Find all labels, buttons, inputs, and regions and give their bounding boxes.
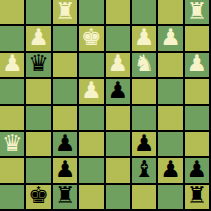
black-king-piece[interactable]: ♚	[28, 185, 49, 208]
square-d4[interactable]	[79, 106, 103, 130]
square-h4[interactable]	[185, 106, 209, 130]
white-pawn-piece[interactable]: ♟	[160, 26, 181, 49]
square-b7[interactable]: ♟	[26, 26, 50, 50]
white-queen-piece[interactable]: ♛	[2, 132, 23, 155]
square-h8[interactable]: ♜	[185, 0, 209, 24]
square-b8[interactable]	[26, 0, 50, 24]
square-e6[interactable]: ♟	[106, 53, 130, 77]
square-d1[interactable]	[79, 185, 103, 209]
black-bishop-piece[interactable]: ♝	[134, 158, 155, 181]
square-f4[interactable]	[132, 106, 156, 130]
square-h2[interactable]: ♟	[185, 158, 209, 182]
square-f6[interactable]: ♞	[132, 53, 156, 77]
square-a4[interactable]	[0, 106, 24, 130]
square-b1[interactable]: ♚	[26, 185, 50, 209]
white-rook-piece[interactable]: ♜	[55, 0, 76, 23]
square-b5[interactable]	[26, 79, 50, 103]
square-g4[interactable]	[158, 106, 182, 130]
square-h3[interactable]	[185, 132, 209, 156]
square-f1[interactable]	[132, 185, 156, 209]
square-e2[interactable]	[106, 158, 130, 182]
square-f7[interactable]: ♟	[132, 26, 156, 50]
square-f3[interactable]: ♟	[132, 132, 156, 156]
square-e1[interactable]	[106, 185, 130, 209]
square-d5[interactable]: ♟	[79, 79, 103, 103]
square-c6[interactable]	[53, 53, 77, 77]
square-g8[interactable]	[158, 0, 182, 24]
square-e8[interactable]	[106, 0, 130, 24]
square-c7[interactable]	[53, 26, 77, 50]
square-h7[interactable]	[185, 26, 209, 50]
square-d6[interactable]	[79, 53, 103, 77]
square-c1[interactable]: ♜	[53, 185, 77, 209]
white-pawn-piece[interactable]: ♟	[2, 53, 23, 76]
white-knight-piece[interactable]: ♞	[134, 53, 155, 76]
square-d2[interactable]	[79, 158, 103, 182]
square-e7[interactable]	[106, 26, 130, 50]
black-pawn-piece[interactable]: ♟	[160, 158, 181, 181]
square-a3[interactable]: ♛	[0, 132, 24, 156]
square-c5[interactable]	[53, 79, 77, 103]
square-d3[interactable]	[79, 132, 103, 156]
square-b4[interactable]	[26, 106, 50, 130]
black-pawn-piece[interactable]: ♟	[187, 158, 208, 181]
black-pawn-piece[interactable]: ♟	[55, 132, 76, 155]
square-h5[interactable]	[185, 79, 209, 103]
square-b2[interactable]	[26, 158, 50, 182]
square-d7[interactable]: ♚	[79, 26, 103, 50]
square-f8[interactable]	[132, 0, 156, 24]
square-g2[interactable]: ♟	[158, 158, 182, 182]
square-a8[interactable]	[0, 0, 24, 24]
square-e5[interactable]: ♟	[106, 79, 130, 103]
white-pawn-piece[interactable]: ♟	[134, 26, 155, 49]
square-e3[interactable]	[106, 132, 130, 156]
black-pawn-piece[interactable]: ♟	[134, 132, 155, 155]
black-rook-piece[interactable]: ♜	[55, 185, 76, 208]
square-g3[interactable]	[158, 132, 182, 156]
white-rook-piece[interactable]: ♜	[187, 0, 208, 23]
chess-board: ♜♜♟♚♟♟♟♛♟♞♟♟♟♛♟♟♟♝♟♟♚♜♜	[0, 0, 211, 211]
white-pawn-piece[interactable]: ♟	[81, 79, 102, 102]
square-d8[interactable]	[79, 0, 103, 24]
square-g6[interactable]	[158, 53, 182, 77]
square-f2[interactable]: ♝	[132, 158, 156, 182]
square-h6[interactable]: ♟	[185, 53, 209, 77]
white-pawn-piece[interactable]: ♟	[28, 26, 49, 49]
square-g5[interactable]	[158, 79, 182, 103]
square-h1[interactable]: ♜	[185, 185, 209, 209]
square-a2[interactable]	[0, 158, 24, 182]
square-a6[interactable]: ♟	[0, 53, 24, 77]
square-b6[interactable]: ♛	[26, 53, 50, 77]
square-e4[interactable]	[106, 106, 130, 130]
square-g1[interactable]	[158, 185, 182, 209]
square-c8[interactable]: ♜	[53, 0, 77, 24]
square-a7[interactable]	[0, 26, 24, 50]
black-queen-piece[interactable]: ♛	[28, 53, 49, 76]
black-pawn-piece[interactable]: ♟	[55, 158, 76, 181]
white-pawn-piece[interactable]: ♟	[107, 53, 128, 76]
square-c3[interactable]: ♟	[53, 132, 77, 156]
square-g7[interactable]: ♟	[158, 26, 182, 50]
square-a1[interactable]	[0, 185, 24, 209]
square-f5[interactable]	[132, 79, 156, 103]
square-b3[interactable]	[26, 132, 50, 156]
square-c2[interactable]: ♟	[53, 158, 77, 182]
square-a5[interactable]	[0, 79, 24, 103]
white-king-piece[interactable]: ♚	[81, 26, 102, 49]
black-pawn-piece[interactable]: ♟	[107, 79, 128, 102]
white-pawn-piece[interactable]: ♟	[187, 53, 208, 76]
square-c4[interactable]	[53, 106, 77, 130]
black-rook-piece[interactable]: ♜	[187, 185, 208, 208]
